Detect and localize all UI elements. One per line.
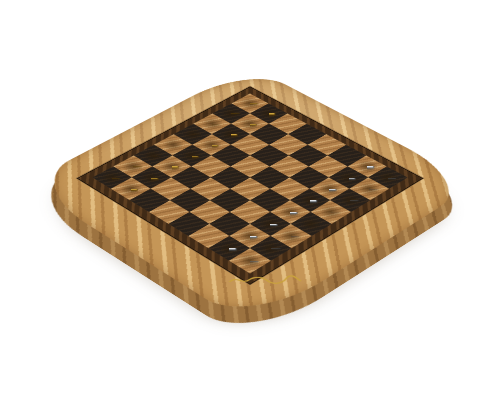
chess-set-photo: ♜♟♟♜♞♟♟♞♝♟♟♝♚♟♟♚♛♟♟♛♝♟♟♝♞♟♟♞♜♟♟♜ <box>0 0 500 400</box>
board-assembly: ♜♟♟♜♞♟♟♞♝♟♟♝♚♟♟♚♛♟♟♛♝♟♟♝♞♟♟♞♜♟♟♜ <box>24 66 477 327</box>
gold-script-signature-icon <box>228 274 303 286</box>
